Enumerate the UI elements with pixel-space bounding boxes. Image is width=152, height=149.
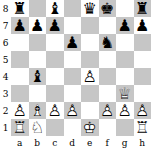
chess-board-panel: 87654321 ♜♝♛♚♜♟♟♟♟♟♟♞♝♟♙♛♕♟♙♝♗♟♙♟♙♟♙♟♙♟♙… bbox=[0, 0, 151, 149]
square-g5[interactable] bbox=[116, 51, 134, 68]
piece-black-rook[interactable]: ♜ bbox=[134, 0, 152, 17]
square-f3[interactable] bbox=[99, 85, 117, 102]
square-f7[interactable] bbox=[99, 17, 117, 34]
piece-black-pawn[interactable]: ♟ bbox=[116, 17, 134, 34]
square-b8[interactable] bbox=[29, 0, 47, 17]
black-piece-glyph: ♜ bbox=[11, 0, 29, 17]
square-a5[interactable] bbox=[11, 51, 29, 68]
piece-black-pawn[interactable]: ♟ bbox=[46, 17, 64, 34]
square-f2[interactable]: ♟♙ bbox=[99, 102, 117, 119]
square-h8[interactable]: ♜ bbox=[134, 0, 152, 17]
white-piece-outline: ♖ bbox=[11, 119, 29, 136]
piece-white-king[interactable]: ♚♔ bbox=[81, 119, 99, 136]
square-c8[interactable]: ♝ bbox=[46, 0, 64, 17]
square-d3[interactable] bbox=[64, 85, 82, 102]
black-piece-glyph: ♚ bbox=[99, 0, 117, 17]
piece-black-king[interactable]: ♚ bbox=[99, 0, 117, 17]
square-c6[interactable] bbox=[46, 34, 64, 51]
file-label-g: g bbox=[122, 138, 128, 148]
square-c1[interactable] bbox=[46, 119, 64, 136]
square-f6[interactable]: ♞ bbox=[99, 34, 117, 51]
square-g2[interactable]: ♟♙ bbox=[116, 102, 134, 119]
file-label-f: f bbox=[106, 138, 109, 148]
white-piece-outline: ♙ bbox=[99, 102, 117, 119]
square-a1[interactable]: ♜♖ bbox=[11, 119, 29, 136]
square-g8[interactable] bbox=[116, 0, 134, 17]
square-a3[interactable] bbox=[11, 85, 29, 102]
square-g3[interactable]: ♛♕ bbox=[116, 85, 134, 102]
black-piece-glyph: ♞ bbox=[99, 34, 117, 51]
piece-black-queen[interactable]: ♛ bbox=[81, 0, 99, 17]
square-g1[interactable] bbox=[116, 119, 134, 136]
piece-white-pawn[interactable]: ♟♙ bbox=[46, 102, 64, 119]
piece-black-pawn[interactable]: ♟ bbox=[11, 17, 29, 34]
square-d8[interactable] bbox=[64, 0, 82, 17]
rank-labels: 87654321 bbox=[0, 0, 11, 136]
square-e4[interactable]: ♟♙ bbox=[81, 68, 99, 85]
piece-black-pawn[interactable]: ♟ bbox=[64, 34, 82, 51]
square-c4[interactable] bbox=[46, 68, 64, 85]
piece-white-rook[interactable]: ♜♖ bbox=[11, 119, 29, 136]
piece-white-pawn[interactable]: ♟♙ bbox=[116, 102, 134, 119]
file-label-h: h bbox=[139, 138, 145, 148]
piece-white-pawn[interactable]: ♟♙ bbox=[134, 102, 152, 119]
white-piece-outline: ♖ bbox=[134, 119, 152, 136]
square-e2[interactable] bbox=[81, 102, 99, 119]
square-f1[interactable] bbox=[99, 119, 117, 136]
square-f4[interactable] bbox=[99, 68, 117, 85]
square-b4[interactable]: ♝ bbox=[29, 68, 47, 85]
square-b5[interactable] bbox=[29, 51, 47, 68]
square-c5[interactable] bbox=[46, 51, 64, 68]
square-b1[interactable]: ♞♘ bbox=[29, 119, 47, 136]
rank-label-5: 5 bbox=[3, 55, 9, 65]
file-labels: abcdefgh bbox=[11, 136, 151, 149]
square-c2[interactable]: ♟♙ bbox=[46, 102, 64, 119]
rank-label-8: 8 bbox=[3, 4, 9, 14]
rank-label-6: 6 bbox=[3, 38, 9, 48]
piece-white-queen[interactable]: ♛♕ bbox=[116, 85, 134, 102]
black-piece-glyph: ♟ bbox=[64, 34, 82, 51]
rank-label-1: 1 bbox=[3, 123, 9, 133]
file-label-d: d bbox=[69, 138, 75, 148]
piece-white-pawn[interactable]: ♟♙ bbox=[81, 68, 99, 85]
white-piece-outline: ♙ bbox=[81, 68, 99, 85]
square-d2[interactable]: ♟♙ bbox=[64, 102, 82, 119]
black-piece-glyph: ♛ bbox=[81, 0, 99, 17]
square-c3[interactable] bbox=[46, 85, 64, 102]
square-e5[interactable] bbox=[81, 51, 99, 68]
square-b6[interactable] bbox=[29, 34, 47, 51]
square-d6[interactable]: ♟ bbox=[64, 34, 82, 51]
white-piece-outline: ♔ bbox=[81, 119, 99, 136]
square-a7[interactable]: ♟ bbox=[11, 17, 29, 34]
chess-board[interactable]: ♜♝♛♚♜♟♟♟♟♟♟♞♝♟♙♛♕♟♙♝♗♟♙♟♙♟♙♟♙♟♙♜♖♞♘♚♔♜♖ bbox=[11, 0, 151, 136]
piece-white-pawn[interactable]: ♟♙ bbox=[11, 102, 29, 119]
square-e7[interactable] bbox=[81, 17, 99, 34]
square-f8[interactable]: ♚ bbox=[99, 0, 117, 17]
square-b2[interactable]: ♝♗ bbox=[29, 102, 47, 119]
square-b7[interactable]: ♟ bbox=[29, 17, 47, 34]
black-piece-glyph: ♟ bbox=[11, 17, 29, 34]
piece-black-pawn[interactable]: ♟ bbox=[29, 17, 47, 34]
square-h1[interactable]: ♜♖ bbox=[134, 119, 152, 136]
square-f5[interactable] bbox=[99, 51, 117, 68]
square-h3[interactable] bbox=[134, 85, 152, 102]
square-e8[interactable]: ♛ bbox=[81, 0, 99, 17]
black-piece-glyph: ♝ bbox=[29, 68, 47, 85]
black-piece-glyph: ♟ bbox=[46, 17, 64, 34]
white-piece-outline: ♘ bbox=[29, 119, 47, 136]
rank-label-7: 7 bbox=[3, 21, 9, 31]
square-d7[interactable] bbox=[64, 17, 82, 34]
piece-white-pawn[interactable]: ♟♙ bbox=[64, 102, 82, 119]
square-b3[interactable] bbox=[29, 85, 47, 102]
white-piece-outline: ♗ bbox=[29, 102, 47, 119]
piece-white-bishop[interactable]: ♝♗ bbox=[29, 102, 47, 119]
square-a2[interactable]: ♟♙ bbox=[11, 102, 29, 119]
square-h4[interactable] bbox=[134, 68, 152, 85]
square-d4[interactable] bbox=[64, 68, 82, 85]
square-g4[interactable] bbox=[116, 68, 134, 85]
black-piece-glyph: ♟ bbox=[134, 17, 152, 34]
file-label-b: b bbox=[34, 138, 40, 148]
piece-black-pawn[interactable]: ♟ bbox=[134, 17, 152, 34]
square-a4[interactable] bbox=[11, 68, 29, 85]
piece-white-rook[interactable]: ♜♖ bbox=[134, 119, 152, 136]
file-label-a: a bbox=[17, 138, 22, 148]
square-e6[interactable] bbox=[81, 34, 99, 51]
white-piece-outline: ♕ bbox=[116, 85, 134, 102]
piece-black-bishop[interactable]: ♝ bbox=[29, 68, 47, 85]
piece-white-knight[interactable]: ♞♘ bbox=[29, 119, 47, 136]
square-h2[interactable]: ♟♙ bbox=[134, 102, 152, 119]
black-piece-glyph: ♝ bbox=[46, 0, 64, 17]
black-piece-glyph: ♟ bbox=[116, 17, 134, 34]
rank-label-3: 3 bbox=[3, 89, 9, 99]
rank-label-2: 2 bbox=[3, 106, 9, 116]
square-d1[interactable] bbox=[64, 119, 82, 136]
piece-black-bishop[interactable]: ♝ bbox=[46, 0, 64, 17]
square-a6[interactable] bbox=[11, 34, 29, 51]
black-piece-glyph: ♜ bbox=[134, 0, 152, 17]
square-c7[interactable]: ♟ bbox=[46, 17, 64, 34]
square-e1[interactable]: ♚♔ bbox=[81, 119, 99, 136]
square-g7[interactable]: ♟ bbox=[116, 17, 134, 34]
square-g6[interactable] bbox=[116, 34, 134, 51]
file-label-e: e bbox=[87, 138, 92, 148]
square-e3[interactable] bbox=[81, 85, 99, 102]
file-label-c: c bbox=[52, 138, 57, 148]
rank-label-4: 4 bbox=[3, 72, 9, 82]
white-piece-outline: ♙ bbox=[11, 102, 29, 119]
white-piece-outline: ♙ bbox=[46, 102, 64, 119]
piece-black-rook[interactable]: ♜ bbox=[11, 0, 29, 17]
white-piece-outline: ♙ bbox=[134, 102, 152, 119]
white-piece-outline: ♙ bbox=[116, 102, 134, 119]
square-d5[interactable] bbox=[64, 51, 82, 68]
black-piece-glyph: ♟ bbox=[29, 17, 47, 34]
piece-black-knight[interactable]: ♞ bbox=[99, 34, 117, 51]
square-h7[interactable]: ♟ bbox=[134, 17, 152, 34]
square-h5[interactable] bbox=[134, 51, 152, 68]
piece-white-pawn[interactable]: ♟♙ bbox=[99, 102, 117, 119]
square-h6[interactable] bbox=[134, 34, 152, 51]
square-a8[interactable]: ♜ bbox=[11, 0, 29, 17]
white-piece-outline: ♙ bbox=[64, 102, 82, 119]
